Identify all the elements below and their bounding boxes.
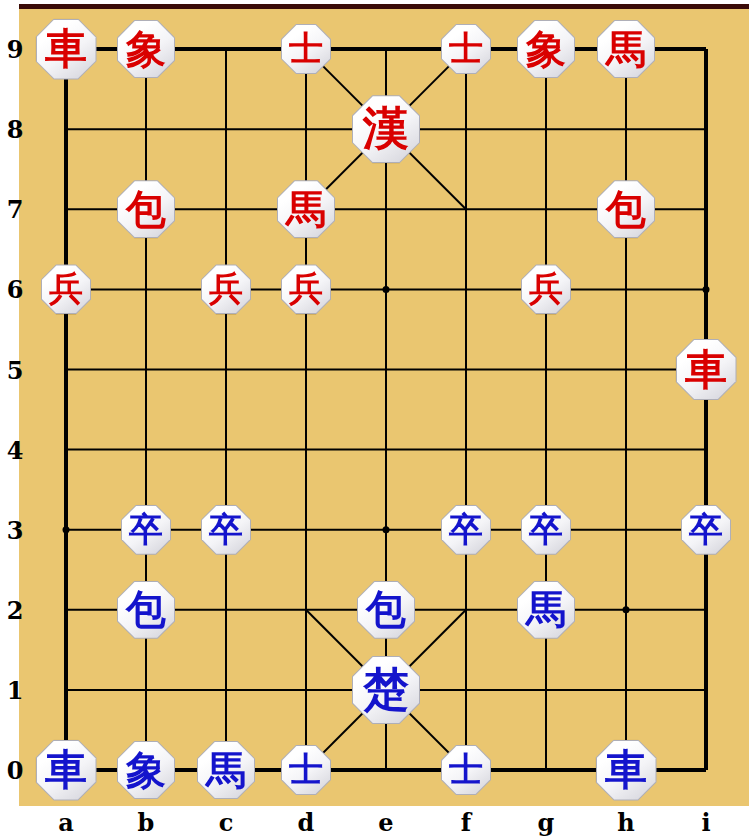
file-label-i: i	[701, 808, 710, 837]
start-point-marker-e3	[383, 526, 390, 533]
start-point-marker-h2	[623, 606, 630, 613]
file-label-h: h	[617, 808, 634, 837]
rank-label-8: 8	[7, 115, 24, 144]
file-label-f: f	[461, 808, 471, 837]
rank-label-5: 5	[7, 355, 24, 384]
piece-red-soldier-d6[interactable]: 兵	[281, 264, 331, 314]
general-glyph: 漢	[353, 96, 419, 162]
soldier-glyph: 卒	[682, 506, 730, 554]
general-glyph: 楚	[353, 657, 419, 723]
cannon-glyph: 包	[358, 582, 414, 638]
piece-blue-guard-f0[interactable]: 士	[441, 745, 491, 795]
chariot-glyph: 車	[597, 741, 656, 800]
piece-blue-chariot-a0[interactable]: 車	[36, 740, 97, 801]
elephant-glyph: 象	[118, 21, 174, 77]
rank-label-0: 0	[7, 756, 24, 785]
piece-red-cannon-h7[interactable]: 包	[597, 180, 655, 238]
horse-glyph: 馬	[278, 181, 334, 237]
cannon-glyph: 包	[118, 181, 174, 237]
elephant-glyph: 象	[118, 742, 174, 798]
rank-label-1: 1	[7, 675, 24, 704]
soldier-glyph: 卒	[122, 506, 170, 554]
piece-red-soldier-g6[interactable]: 兵	[521, 264, 571, 314]
horse-glyph: 馬	[518, 582, 574, 638]
piece-blue-horse-c0[interactable]: 馬	[197, 741, 255, 799]
guard-glyph: 士	[442, 746, 490, 794]
elephant-glyph: 象	[518, 21, 574, 77]
guard-glyph: 士	[282, 25, 330, 73]
piece-red-horse-d7[interactable]: 馬	[277, 180, 335, 238]
piece-blue-cannon-b2[interactable]: 包	[117, 581, 175, 639]
horse-glyph: 馬	[598, 21, 654, 77]
start-point-marker-e6	[383, 286, 390, 293]
piece-red-guard-d9[interactable]: 士	[281, 24, 331, 74]
piece-red-horse-h9[interactable]: 馬	[597, 20, 655, 78]
cannon-glyph: 包	[118, 582, 174, 638]
rank-label-3: 3	[7, 515, 24, 544]
file-label-b: b	[138, 808, 155, 837]
piece-blue-elephant-b0[interactable]: 象	[117, 741, 175, 799]
rank-label-2: 2	[7, 595, 24, 624]
piece-blue-soldier-b3[interactable]: 卒	[121, 505, 171, 555]
start-point-marker-i6	[703, 286, 710, 293]
rank-label-4: 4	[7, 435, 24, 464]
piece-blue-soldier-g3[interactable]: 卒	[521, 505, 571, 555]
file-label-c: c	[219, 808, 234, 837]
rank-label-6: 6	[7, 275, 24, 304]
file-label-d: d	[298, 808, 315, 837]
soldier-glyph: 兵	[202, 265, 250, 313]
piece-blue-cannon-e2[interactable]: 包	[357, 581, 415, 639]
rank-label-7: 7	[7, 195, 24, 224]
piece-blue-horse-g2[interactable]: 馬	[517, 581, 575, 639]
janggi-screenshot: 9876543210abcdefghi 車象士士象馬漢包馬包兵兵兵兵車卒卒卒卒卒…	[0, 0, 749, 840]
piece-blue-soldier-f3[interactable]: 卒	[441, 505, 491, 555]
chariot-glyph: 車	[677, 340, 736, 399]
piece-red-elephant-g9[interactable]: 象	[517, 20, 575, 78]
file-label-a: a	[58, 808, 74, 837]
piece-red-chariot-i5[interactable]: 車	[676, 339, 737, 400]
piece-red-general-e8[interactable]: 漢	[352, 95, 420, 163]
soldier-glyph: 卒	[202, 506, 250, 554]
piece-blue-general-e1[interactable]: 楚	[352, 656, 420, 724]
file-label-g: g	[538, 808, 555, 837]
guard-glyph: 士	[442, 25, 490, 73]
cannon-glyph: 包	[598, 181, 654, 237]
guard-glyph: 士	[282, 746, 330, 794]
piece-red-chariot-a9[interactable]: 車	[36, 19, 97, 80]
soldier-glyph: 兵	[522, 265, 570, 313]
piece-blue-guard-d0[interactable]: 士	[281, 745, 331, 795]
soldier-glyph: 卒	[522, 506, 570, 554]
chariot-glyph: 車	[37, 20, 96, 79]
soldier-glyph: 兵	[282, 265, 330, 313]
piece-blue-chariot-h0[interactable]: 車	[596, 740, 657, 801]
piece-blue-soldier-i3[interactable]: 卒	[681, 505, 731, 555]
piece-red-soldier-c6[interactable]: 兵	[201, 264, 251, 314]
piece-red-guard-f9[interactable]: 士	[441, 24, 491, 74]
soldier-glyph: 兵	[42, 265, 90, 313]
soldier-glyph: 卒	[442, 506, 490, 554]
rank-label-9: 9	[7, 35, 24, 64]
horse-glyph: 馬	[198, 742, 254, 798]
file-label-e: e	[378, 808, 393, 837]
piece-red-soldier-a6[interactable]: 兵	[41, 264, 91, 314]
start-point-marker-a3	[63, 526, 70, 533]
chariot-glyph: 車	[37, 741, 96, 800]
piece-blue-soldier-c3[interactable]: 卒	[201, 505, 251, 555]
